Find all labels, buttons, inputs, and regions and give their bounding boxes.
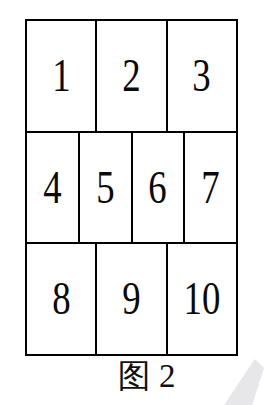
brick-number: 10 (183, 276, 220, 322)
brick-number: 6 (149, 165, 167, 211)
brick-number: 7 (201, 165, 219, 211)
figure-caption: 图 2 (40, 357, 253, 397)
brick-cell-5: 5 (80, 133, 133, 244)
figure-page: 12345678910 图 2 (0, 0, 264, 405)
brick-cell-2: 2 (97, 21, 167, 133)
brick-cell-10: 10 (168, 244, 238, 356)
brick-cell-1: 1 (27, 21, 97, 133)
board-grid: 12345678910 (25, 19, 238, 356)
brick-cell-7: 7 (185, 133, 238, 244)
brick-number: 9 (122, 276, 140, 322)
brick-cell-8: 8 (27, 244, 97, 356)
brick-number: 8 (52, 276, 70, 322)
brick-cell-3: 3 (168, 21, 238, 133)
brick-cell-9: 9 (97, 244, 167, 356)
brick-number: 5 (96, 165, 114, 211)
brick-number: 2 (122, 53, 140, 99)
brick-number: 4 (43, 165, 61, 211)
brick-number: 1 (52, 53, 70, 99)
brick-cell-4: 4 (27, 133, 80, 244)
brick-cell-6: 6 (133, 133, 186, 244)
brick-number: 3 (193, 53, 211, 99)
